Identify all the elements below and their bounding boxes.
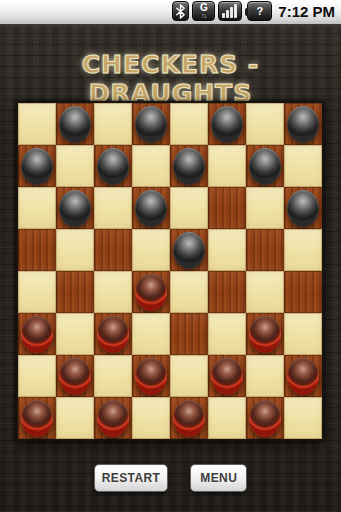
square-r4c4[interactable] <box>132 229 170 271</box>
square-r2c1[interactable] <box>18 145 56 187</box>
square-r8c8[interactable] <box>284 397 322 439</box>
square-r2c3[interactable] <box>94 145 132 187</box>
square-r4c3[interactable] <box>94 229 132 271</box>
square-r7c3[interactable] <box>94 355 132 397</box>
square-r7c4[interactable] <box>132 355 170 397</box>
red-man[interactable] <box>21 400 53 437</box>
square-r1c8[interactable] <box>284 103 322 145</box>
square-r8c1[interactable] <box>18 397 56 439</box>
square-r5c8[interactable] <box>284 271 322 313</box>
menu-button[interactable]: MENU <box>190 464 247 492</box>
square-r3c8[interactable] <box>284 187 322 229</box>
square-r6c3[interactable] <box>94 313 132 355</box>
square-r5c6[interactable] <box>208 271 246 313</box>
square-r7c2[interactable] <box>56 355 94 397</box>
square-r4c6[interactable] <box>208 229 246 271</box>
square-r7c5[interactable] <box>170 355 208 397</box>
square-r1c5[interactable] <box>170 103 208 145</box>
square-r2c2[interactable] <box>56 145 94 187</box>
square-r5c5[interactable] <box>170 271 208 313</box>
page-title: CHECKERS - DRAUGHTS <box>0 50 341 108</box>
square-r3c5[interactable] <box>170 187 208 229</box>
data-arrows-icon: ↑↓ <box>201 12 206 19</box>
red-man[interactable] <box>135 358 167 395</box>
black-man[interactable] <box>59 190 91 227</box>
black-man[interactable] <box>211 106 243 143</box>
square-r7c6[interactable] <box>208 355 246 397</box>
square-r3c2[interactable] <box>56 187 94 229</box>
square-r5c7[interactable] <box>246 271 284 313</box>
square-r8c7[interactable] <box>246 397 284 439</box>
square-r1c4[interactable] <box>132 103 170 145</box>
square-r3c4[interactable] <box>132 187 170 229</box>
red-man[interactable] <box>21 316 53 353</box>
black-man[interactable] <box>97 148 129 185</box>
black-man[interactable] <box>135 106 167 143</box>
square-r6c6[interactable] <box>208 313 246 355</box>
square-r1c7[interactable] <box>246 103 284 145</box>
square-r4c2[interactable] <box>56 229 94 271</box>
black-man[interactable] <box>173 148 205 185</box>
square-r5c4[interactable] <box>132 271 170 313</box>
square-r6c4[interactable] <box>132 313 170 355</box>
restart-button[interactable]: RESTART <box>94 464 169 492</box>
clock-text: 7:12 PM <box>278 3 335 20</box>
data-g-icon: G ↑↓ <box>192 1 215 21</box>
square-r4c1[interactable] <box>18 229 56 271</box>
red-man[interactable] <box>287 358 319 395</box>
black-man[interactable] <box>287 190 319 227</box>
red-man[interactable] <box>211 358 243 395</box>
square-r2c5[interactable] <box>170 145 208 187</box>
square-r8c3[interactable] <box>94 397 132 439</box>
square-r3c3[interactable] <box>94 187 132 229</box>
square-r8c5[interactable] <box>170 397 208 439</box>
square-r8c2[interactable] <box>56 397 94 439</box>
square-r1c2[interactable] <box>56 103 94 145</box>
square-r4c7[interactable] <box>246 229 284 271</box>
button-row: RESTART MENU <box>0 464 341 492</box>
square-r5c2[interactable] <box>56 271 94 313</box>
signal-strength-icon <box>218 1 242 21</box>
square-r2c6[interactable] <box>208 145 246 187</box>
red-man[interactable] <box>59 358 91 395</box>
square-r3c6[interactable] <box>208 187 246 229</box>
red-man[interactable] <box>249 316 281 353</box>
square-r1c1[interactable] <box>18 103 56 145</box>
square-r6c2[interactable] <box>56 313 94 355</box>
square-r8c6[interactable] <box>208 397 246 439</box>
square-r6c1[interactable] <box>18 313 56 355</box>
square-r1c6[interactable] <box>208 103 246 145</box>
red-man[interactable] <box>97 316 129 353</box>
square-r6c8[interactable] <box>284 313 322 355</box>
square-r5c1[interactable] <box>18 271 56 313</box>
square-r2c4[interactable] <box>132 145 170 187</box>
black-man[interactable] <box>59 106 91 143</box>
red-man[interactable] <box>249 400 281 437</box>
red-man[interactable] <box>135 274 167 311</box>
square-r6c5[interactable] <box>170 313 208 355</box>
signal-bars <box>222 4 238 18</box>
square-r3c7[interactable] <box>246 187 284 229</box>
square-r7c1[interactable] <box>18 355 56 397</box>
square-r5c3[interactable] <box>94 271 132 313</box>
black-man[interactable] <box>287 106 319 143</box>
battery-unknown-icon: ? <box>247 1 272 21</box>
square-r6c7[interactable] <box>246 313 284 355</box>
black-man[interactable] <box>249 148 281 185</box>
red-man[interactable] <box>97 400 129 437</box>
square-r7c7[interactable] <box>246 355 284 397</box>
square-r2c7[interactable] <box>246 145 284 187</box>
square-r1c3[interactable] <box>94 103 132 145</box>
battery-unknown-label: ? <box>256 5 263 17</box>
black-man[interactable] <box>21 148 53 185</box>
square-r3c1[interactable] <box>18 187 56 229</box>
app-screen: G ↑↓ ? 7:12 PM CHECKERS - DRAUGHTS RESTA… <box>0 0 341 512</box>
red-man[interactable] <box>173 400 205 437</box>
square-r2c8[interactable] <box>284 145 322 187</box>
square-r4c8[interactable] <box>284 229 322 271</box>
checkers-board <box>16 101 324 441</box>
black-man[interactable] <box>173 232 205 269</box>
square-r8c4[interactable] <box>132 397 170 439</box>
square-r4c5[interactable] <box>170 229 208 271</box>
status-bar: G ↑↓ ? 7:12 PM <box>0 0 341 26</box>
black-man[interactable] <box>135 190 167 227</box>
bluetooth-icon <box>172 1 189 21</box>
square-r7c8[interactable] <box>284 355 322 397</box>
